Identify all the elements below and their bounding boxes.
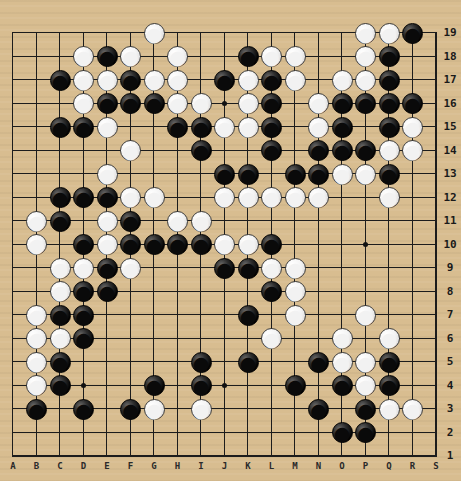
intersection-I15[interactable]: ● xyxy=(189,115,213,139)
intersection-D13[interactable] xyxy=(72,162,96,186)
intersection-A3[interactable] xyxy=(1,397,25,421)
intersection-M16[interactable] xyxy=(283,92,307,116)
intersection-H14[interactable] xyxy=(166,139,190,163)
intersection-R2[interactable] xyxy=(401,421,425,445)
intersection-A8[interactable] xyxy=(1,280,25,304)
intersection-H12[interactable] xyxy=(166,186,190,210)
intersection-G6[interactable] xyxy=(142,327,166,351)
intersection-D14[interactable] xyxy=(72,139,96,163)
intersection-N2[interactable] xyxy=(307,421,331,445)
intersection-L13[interactable] xyxy=(260,162,284,186)
intersection-E15[interactable]: ● xyxy=(95,115,119,139)
intersection-R15[interactable]: ● xyxy=(401,115,425,139)
intersection-N5[interactable]: ● xyxy=(307,350,331,374)
intersection-J13[interactable]: ● xyxy=(213,162,237,186)
intersection-Q15[interactable]: ● xyxy=(377,115,401,139)
intersection-E7[interactable] xyxy=(95,303,119,327)
intersection-B9[interactable] xyxy=(25,256,49,280)
intersection-N4[interactable] xyxy=(307,374,331,398)
intersection-E5[interactable] xyxy=(95,350,119,374)
intersection-R7[interactable] xyxy=(401,303,425,327)
intersection-O3[interactable] xyxy=(330,397,354,421)
intersection-J2[interactable] xyxy=(213,421,237,445)
intersection-M13[interactable]: ● xyxy=(283,162,307,186)
intersection-F12[interactable]: ● xyxy=(119,186,143,210)
intersection-K7[interactable]: ● xyxy=(236,303,260,327)
intersection-Q2[interactable] xyxy=(377,421,401,445)
intersection-J11[interactable] xyxy=(213,209,237,233)
intersection-F16[interactable]: ● xyxy=(119,92,143,116)
intersection-P3[interactable]: ● xyxy=(354,397,378,421)
intersection-A2[interactable] xyxy=(1,421,25,445)
intersection-N17[interactable] xyxy=(307,68,331,92)
intersection-B10[interactable]: ● xyxy=(25,233,49,257)
intersection-B5[interactable]: ● xyxy=(25,350,49,374)
intersection-M12[interactable]: ● xyxy=(283,186,307,210)
intersection-J14[interactable] xyxy=(213,139,237,163)
intersection-I12[interactable] xyxy=(189,186,213,210)
intersection-I14[interactable]: ● xyxy=(189,139,213,163)
intersection-G17[interactable]: ● xyxy=(142,68,166,92)
intersection-R6[interactable] xyxy=(401,327,425,351)
intersection-E2[interactable] xyxy=(95,421,119,445)
intersection-Q7[interactable] xyxy=(377,303,401,327)
intersection-C12[interactable]: ● xyxy=(48,186,72,210)
intersection-A5[interactable] xyxy=(1,350,25,374)
intersection-I18[interactable] xyxy=(189,45,213,69)
intersection-L16[interactable]: ● xyxy=(260,92,284,116)
intersection-I4[interactable]: ● xyxy=(189,374,213,398)
intersection-A11[interactable] xyxy=(1,209,25,233)
intersection-D7[interactable]: ● xyxy=(72,303,96,327)
intersection-G3[interactable]: ● xyxy=(142,397,166,421)
intersection-N14[interactable]: ● xyxy=(307,139,331,163)
intersection-F4[interactable] xyxy=(119,374,143,398)
intersection-I7[interactable] xyxy=(189,303,213,327)
intersection-R12[interactable] xyxy=(401,186,425,210)
intersection-I19[interactable] xyxy=(189,21,213,45)
intersection-O4[interactable]: ● xyxy=(330,374,354,398)
intersection-L18[interactable]: ● xyxy=(260,45,284,69)
intersection-D3[interactable]: ● xyxy=(72,397,96,421)
intersection-P11[interactable] xyxy=(354,209,378,233)
intersection-E13[interactable]: ● xyxy=(95,162,119,186)
intersection-L2[interactable] xyxy=(260,421,284,445)
intersection-A12[interactable] xyxy=(1,186,25,210)
intersection-A9[interactable] xyxy=(1,256,25,280)
intersection-P10[interactable] xyxy=(354,233,378,257)
intersection-N7[interactable] xyxy=(307,303,331,327)
intersection-F10[interactable]: ● xyxy=(119,233,143,257)
intersection-L3[interactable] xyxy=(260,397,284,421)
intersection-Q8[interactable] xyxy=(377,280,401,304)
intersection-M5[interactable] xyxy=(283,350,307,374)
intersection-I8[interactable] xyxy=(189,280,213,304)
intersection-N18[interactable] xyxy=(307,45,331,69)
intersection-N13[interactable]: ● xyxy=(307,162,331,186)
intersection-J19[interactable] xyxy=(213,21,237,45)
intersection-C3[interactable] xyxy=(48,397,72,421)
intersection-R8[interactable] xyxy=(401,280,425,304)
intersection-P2[interactable]: ● xyxy=(354,421,378,445)
intersection-J7[interactable] xyxy=(213,303,237,327)
intersection-G8[interactable] xyxy=(142,280,166,304)
intersection-D12[interactable]: ● xyxy=(72,186,96,210)
intersection-B4[interactable]: ● xyxy=(25,374,49,398)
intersection-L9[interactable]: ● xyxy=(260,256,284,280)
intersection-L5[interactable] xyxy=(260,350,284,374)
intersection-H4[interactable] xyxy=(166,374,190,398)
intersection-H6[interactable] xyxy=(166,327,190,351)
intersection-C13[interactable] xyxy=(48,162,72,186)
intersection-I3[interactable]: ● xyxy=(189,397,213,421)
intersection-P14[interactable]: ● xyxy=(354,139,378,163)
intersection-Q16[interactable]: ● xyxy=(377,92,401,116)
intersection-L10[interactable]: ● xyxy=(260,233,284,257)
intersection-J3[interactable] xyxy=(213,397,237,421)
intersection-P7[interactable]: ● xyxy=(354,303,378,327)
intersection-J18[interactable] xyxy=(213,45,237,69)
intersection-A7[interactable] xyxy=(1,303,25,327)
intersection-O6[interactable]: ● xyxy=(330,327,354,351)
intersection-R4[interactable] xyxy=(401,374,425,398)
intersection-N9[interactable] xyxy=(307,256,331,280)
intersection-O13[interactable]: ● xyxy=(330,162,354,186)
intersection-E9[interactable]: ● xyxy=(95,256,119,280)
intersection-E10[interactable]: ● xyxy=(95,233,119,257)
intersection-I6[interactable] xyxy=(189,327,213,351)
intersection-P15[interactable] xyxy=(354,115,378,139)
intersection-A15[interactable] xyxy=(1,115,25,139)
intersection-E14[interactable] xyxy=(95,139,119,163)
intersection-R17[interactable] xyxy=(401,68,425,92)
intersection-O17[interactable]: ● xyxy=(330,68,354,92)
intersection-M3[interactable] xyxy=(283,397,307,421)
intersection-K14[interactable] xyxy=(236,139,260,163)
intersection-K2[interactable] xyxy=(236,421,260,445)
intersection-B3[interactable]: ● xyxy=(25,397,49,421)
intersection-E19[interactable] xyxy=(95,21,119,45)
intersection-I16[interactable]: ● xyxy=(189,92,213,116)
intersection-O7[interactable] xyxy=(330,303,354,327)
intersection-C7[interactable]: ● xyxy=(48,303,72,327)
intersection-M17[interactable]: ● xyxy=(283,68,307,92)
intersection-N11[interactable] xyxy=(307,209,331,233)
intersection-N8[interactable] xyxy=(307,280,331,304)
intersection-D18[interactable]: ● xyxy=(72,45,96,69)
intersection-N15[interactable]: ● xyxy=(307,115,331,139)
intersection-G9[interactable] xyxy=(142,256,166,280)
intersection-C14[interactable] xyxy=(48,139,72,163)
intersection-P6[interactable] xyxy=(354,327,378,351)
intersection-M18[interactable]: ● xyxy=(283,45,307,69)
intersection-J15[interactable]: ● xyxy=(213,115,237,139)
intersection-L8[interactable]: ● xyxy=(260,280,284,304)
intersection-D6[interactable]: ● xyxy=(72,327,96,351)
intersection-B11[interactable]: ● xyxy=(25,209,49,233)
intersection-B19[interactable] xyxy=(25,21,49,45)
intersection-D2[interactable] xyxy=(72,421,96,445)
intersection-O14[interactable]: ● xyxy=(330,139,354,163)
intersection-G7[interactable] xyxy=(142,303,166,327)
intersection-G14[interactable] xyxy=(142,139,166,163)
intersection-H17[interactable]: ● xyxy=(166,68,190,92)
intersection-G5[interactable] xyxy=(142,350,166,374)
intersection-O11[interactable] xyxy=(330,209,354,233)
intersection-O15[interactable]: ● xyxy=(330,115,354,139)
intersection-K9[interactable]: ● xyxy=(236,256,260,280)
intersection-C15[interactable]: ● xyxy=(48,115,72,139)
intersection-K5[interactable]: ● xyxy=(236,350,260,374)
intersection-H2[interactable] xyxy=(166,421,190,445)
intersection-G4[interactable]: ● xyxy=(142,374,166,398)
intersection-B13[interactable] xyxy=(25,162,49,186)
intersection-K12[interactable]: ● xyxy=(236,186,260,210)
intersection-C9[interactable]: ● xyxy=(48,256,72,280)
intersection-H10[interactable]: ● xyxy=(166,233,190,257)
intersection-R19[interactable]: ● xyxy=(401,21,425,45)
intersection-D4[interactable] xyxy=(72,374,96,398)
intersection-D16[interactable]: ● xyxy=(72,92,96,116)
intersection-J12[interactable]: ● xyxy=(213,186,237,210)
intersection-C2[interactable] xyxy=(48,421,72,445)
intersection-C17[interactable]: ● xyxy=(48,68,72,92)
intersection-N6[interactable] xyxy=(307,327,331,351)
intersection-H13[interactable] xyxy=(166,162,190,186)
intersection-L11[interactable] xyxy=(260,209,284,233)
intersection-K18[interactable]: ● xyxy=(236,45,260,69)
intersection-F3[interactable]: ● xyxy=(119,397,143,421)
intersection-N16[interactable]: ● xyxy=(307,92,331,116)
intersection-P8[interactable] xyxy=(354,280,378,304)
intersection-J10[interactable]: ● xyxy=(213,233,237,257)
intersection-L15[interactable]: ● xyxy=(260,115,284,139)
intersection-M14[interactable] xyxy=(283,139,307,163)
intersection-H16[interactable]: ● xyxy=(166,92,190,116)
intersection-Q3[interactable]: ● xyxy=(377,397,401,421)
intersection-I10[interactable]: ● xyxy=(189,233,213,257)
intersection-A16[interactable] xyxy=(1,92,25,116)
intersection-G12[interactable]: ● xyxy=(142,186,166,210)
intersection-F6[interactable] xyxy=(119,327,143,351)
intersection-A19[interactable] xyxy=(1,21,25,45)
intersection-K11[interactable] xyxy=(236,209,260,233)
intersection-L14[interactable]: ● xyxy=(260,139,284,163)
intersection-H15[interactable]: ● xyxy=(166,115,190,139)
intersection-H11[interactable]: ● xyxy=(166,209,190,233)
intersection-Q12[interactable]: ● xyxy=(377,186,401,210)
intersection-H7[interactable] xyxy=(166,303,190,327)
intersection-O16[interactable]: ● xyxy=(330,92,354,116)
intersection-Q17[interactable]: ● xyxy=(377,68,401,92)
intersection-I5[interactable]: ● xyxy=(189,350,213,374)
intersection-R11[interactable] xyxy=(401,209,425,233)
intersection-G10[interactable]: ● xyxy=(142,233,166,257)
intersection-P12[interactable] xyxy=(354,186,378,210)
intersection-Q9[interactable] xyxy=(377,256,401,280)
intersection-R18[interactable] xyxy=(401,45,425,69)
intersection-C19[interactable] xyxy=(48,21,72,45)
intersection-A14[interactable] xyxy=(1,139,25,163)
intersection-G2[interactable] xyxy=(142,421,166,445)
intersection-P13[interactable]: ● xyxy=(354,162,378,186)
intersection-F8[interactable] xyxy=(119,280,143,304)
intersection-N19[interactable] xyxy=(307,21,331,45)
intersection-E11[interactable]: ● xyxy=(95,209,119,233)
intersection-B6[interactable]: ● xyxy=(25,327,49,351)
intersection-K3[interactable] xyxy=(236,397,260,421)
intersection-K4[interactable] xyxy=(236,374,260,398)
intersection-H5[interactable] xyxy=(166,350,190,374)
intersection-E18[interactable]: ● xyxy=(95,45,119,69)
intersection-K6[interactable] xyxy=(236,327,260,351)
intersection-K19[interactable] xyxy=(236,21,260,45)
intersection-Q4[interactable]: ● xyxy=(377,374,401,398)
intersection-G13[interactable] xyxy=(142,162,166,186)
intersection-B17[interactable] xyxy=(25,68,49,92)
intersection-O9[interactable] xyxy=(330,256,354,280)
intersection-J9[interactable]: ● xyxy=(213,256,237,280)
intersection-O12[interactable] xyxy=(330,186,354,210)
intersection-B2[interactable] xyxy=(25,421,49,445)
intersection-M11[interactable] xyxy=(283,209,307,233)
intersection-O2[interactable]: ● xyxy=(330,421,354,445)
intersection-J8[interactable] xyxy=(213,280,237,304)
intersection-I9[interactable] xyxy=(189,256,213,280)
intersection-D10[interactable]: ● xyxy=(72,233,96,257)
intersection-O5[interactable]: ● xyxy=(330,350,354,374)
intersection-F11[interactable]: ● xyxy=(119,209,143,233)
intersection-G16[interactable]: ● xyxy=(142,92,166,116)
intersection-E3[interactable] xyxy=(95,397,119,421)
intersection-C5[interactable]: ● xyxy=(48,350,72,374)
intersection-M6[interactable] xyxy=(283,327,307,351)
intersection-I17[interactable] xyxy=(189,68,213,92)
intersection-B12[interactable] xyxy=(25,186,49,210)
intersection-Q11[interactable] xyxy=(377,209,401,233)
intersection-F7[interactable] xyxy=(119,303,143,327)
intersection-D8[interactable]: ● xyxy=(72,280,96,304)
intersection-P16[interactable]: ● xyxy=(354,92,378,116)
intersection-Q19[interactable]: ● xyxy=(377,21,401,45)
intersection-H3[interactable] xyxy=(166,397,190,421)
intersection-J5[interactable] xyxy=(213,350,237,374)
intersection-D5[interactable] xyxy=(72,350,96,374)
intersection-P9[interactable] xyxy=(354,256,378,280)
intersection-A4[interactable] xyxy=(1,374,25,398)
intersection-D11[interactable] xyxy=(72,209,96,233)
intersection-F5[interactable] xyxy=(119,350,143,374)
intersection-M10[interactable] xyxy=(283,233,307,257)
intersection-O18[interactable] xyxy=(330,45,354,69)
intersection-E16[interactable]: ● xyxy=(95,92,119,116)
intersection-P4[interactable]: ● xyxy=(354,374,378,398)
intersection-L19[interactable] xyxy=(260,21,284,45)
intersection-N10[interactable] xyxy=(307,233,331,257)
intersection-J6[interactable] xyxy=(213,327,237,351)
intersection-F14[interactable]: ● xyxy=(119,139,143,163)
intersection-N12[interactable]: ● xyxy=(307,186,331,210)
intersection-K15[interactable]: ● xyxy=(236,115,260,139)
intersection-K16[interactable]: ● xyxy=(236,92,260,116)
intersection-F13[interactable] xyxy=(119,162,143,186)
intersection-L12[interactable]: ● xyxy=(260,186,284,210)
intersection-B15[interactable] xyxy=(25,115,49,139)
intersection-J17[interactable]: ● xyxy=(213,68,237,92)
intersection-F15[interactable] xyxy=(119,115,143,139)
intersection-Q13[interactable]: ● xyxy=(377,162,401,186)
intersection-Q14[interactable]: ● xyxy=(377,139,401,163)
intersection-K8[interactable] xyxy=(236,280,260,304)
intersection-B7[interactable]: ● xyxy=(25,303,49,327)
intersection-B14[interactable] xyxy=(25,139,49,163)
intersection-O8[interactable] xyxy=(330,280,354,304)
intersection-R5[interactable] xyxy=(401,350,425,374)
intersection-K10[interactable]: ● xyxy=(236,233,260,257)
intersection-A17[interactable] xyxy=(1,68,25,92)
intersection-G18[interactable] xyxy=(142,45,166,69)
intersection-C6[interactable]: ● xyxy=(48,327,72,351)
intersection-C18[interactable] xyxy=(48,45,72,69)
intersection-H8[interactable] xyxy=(166,280,190,304)
intersection-F2[interactable] xyxy=(119,421,143,445)
intersection-D19[interactable] xyxy=(72,21,96,45)
intersection-E6[interactable] xyxy=(95,327,119,351)
intersection-R14[interactable]: ● xyxy=(401,139,425,163)
intersection-P5[interactable]: ● xyxy=(354,350,378,374)
intersection-D17[interactable]: ● xyxy=(72,68,96,92)
intersection-A18[interactable] xyxy=(1,45,25,69)
intersection-I13[interactable] xyxy=(189,162,213,186)
intersection-R13[interactable] xyxy=(401,162,425,186)
intersection-J16[interactable] xyxy=(213,92,237,116)
intersection-E8[interactable]: ● xyxy=(95,280,119,304)
intersection-O10[interactable] xyxy=(330,233,354,257)
intersection-A13[interactable] xyxy=(1,162,25,186)
intersection-O19[interactable] xyxy=(330,21,354,45)
intersection-F18[interactable]: ● xyxy=(119,45,143,69)
intersection-B16[interactable] xyxy=(25,92,49,116)
intersection-G15[interactable] xyxy=(142,115,166,139)
intersection-Q10[interactable] xyxy=(377,233,401,257)
intersection-C10[interactable] xyxy=(48,233,72,257)
intersection-C11[interactable]: ● xyxy=(48,209,72,233)
intersection-K17[interactable]: ● xyxy=(236,68,260,92)
intersection-M7[interactable]: ● xyxy=(283,303,307,327)
intersection-A6[interactable] xyxy=(1,327,25,351)
intersection-L7[interactable] xyxy=(260,303,284,327)
intersection-D9[interactable]: ● xyxy=(72,256,96,280)
intersection-L4[interactable] xyxy=(260,374,284,398)
intersection-L6[interactable]: ● xyxy=(260,327,284,351)
intersection-C16[interactable] xyxy=(48,92,72,116)
intersection-R10[interactable] xyxy=(401,233,425,257)
intersection-M19[interactable] xyxy=(283,21,307,45)
intersection-N3[interactable]: ● xyxy=(307,397,331,421)
intersection-I2[interactable] xyxy=(189,421,213,445)
intersection-R9[interactable] xyxy=(401,256,425,280)
intersection-M9[interactable]: ● xyxy=(283,256,307,280)
intersection-P17[interactable]: ● xyxy=(354,68,378,92)
intersection-A10[interactable] xyxy=(1,233,25,257)
intersection-E4[interactable] xyxy=(95,374,119,398)
intersection-M2[interactable] xyxy=(283,421,307,445)
intersection-J4[interactable] xyxy=(213,374,237,398)
intersection-R3[interactable]: ● xyxy=(401,397,425,421)
intersection-B8[interactable] xyxy=(25,280,49,304)
intersection-M4[interactable]: ● xyxy=(283,374,307,398)
intersection-M15[interactable] xyxy=(283,115,307,139)
